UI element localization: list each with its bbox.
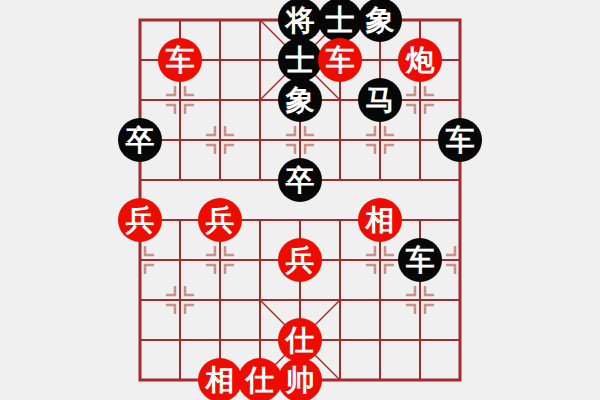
intersection-f3-r7 [240,280,280,320]
intersection-f1-r6 [160,240,200,280]
intersection-f5-r3 [320,120,360,160]
intersection-f3-r9: 仕 [240,360,280,400]
intersection-f1-r8 [160,320,200,360]
intersection-f0-r1 [120,40,160,80]
board-grid: 将士象车士车炮象马卒车卒兵兵相兵车仕相仕帅 [120,0,480,400]
intersection-f5-r0: 士 [320,0,360,40]
intersection-f6-r1 [360,40,400,80]
intersection-f6-r4 [360,160,400,200]
intersection-f8-r9 [440,360,480,400]
piece-black-elephant[interactable]: 象 [278,78,322,122]
piece-black-soldier[interactable]: 卒 [278,158,322,202]
intersection-f0-r8 [120,320,160,360]
intersection-f7-r0 [400,0,440,40]
intersection-f0-r7 [120,280,160,320]
intersection-f6-r3 [360,120,400,160]
intersection-f3-r8 [240,320,280,360]
intersection-f5-r2 [320,80,360,120]
intersection-f2-r4 [200,160,240,200]
intersection-f5-r4 [320,160,360,200]
intersection-f0-r2 [120,80,160,120]
intersection-f2-r3 [200,120,240,160]
intersection-f1-r9 [160,360,200,400]
intersection-f1-r5 [160,200,200,240]
piece-red-chariot[interactable]: 车 [318,38,362,82]
intersection-f8-r8 [440,320,480,360]
piece-red-elephant[interactable]: 相 [358,198,402,242]
piece-red-elephant[interactable]: 相 [198,358,242,400]
intersection-f3-r2 [240,80,280,120]
piece-red-advisor[interactable]: 仕 [238,358,282,400]
intersection-f4-r1: 士 [280,40,320,80]
piece-red-soldier[interactable]: 兵 [118,198,162,242]
intersection-f7-r4 [400,160,440,200]
intersection-f8-r0 [440,0,480,40]
piece-black-chariot[interactable]: 车 [398,238,442,282]
intersection-f2-r7 [200,280,240,320]
intersection-f0-r6 [120,240,160,280]
intersection-f5-r7 [320,280,360,320]
piece-red-chariot[interactable]: 车 [158,38,202,82]
intersection-f1-r7 [160,280,200,320]
intersection-f7-r8 [400,320,440,360]
piece-black-soldier[interactable]: 卒 [118,118,162,162]
intersection-f2-r6 [200,240,240,280]
piece-black-general[interactable]: 将 [278,0,322,42]
intersection-f0-r9 [120,360,160,400]
piece-red-cannon[interactable]: 炮 [398,38,442,82]
intersection-f7-r5 [400,200,440,240]
intersection-f1-r3 [160,120,200,160]
intersection-f2-r1 [200,40,240,80]
intersection-f7-r3 [400,120,440,160]
intersection-f3-r4 [240,160,280,200]
intersection-f6-r6 [360,240,400,280]
intersection-f2-r8 [200,320,240,360]
intersection-f5-r1: 车 [320,40,360,80]
intersection-f1-r1: 车 [160,40,200,80]
intersection-f0-r0 [120,0,160,40]
intersection-f5-r8 [320,320,360,360]
intersection-f1-r4 [160,160,200,200]
intersection-f2-r2 [200,80,240,120]
intersection-f4-r2: 象 [280,80,320,120]
piece-black-elephant[interactable]: 象 [358,0,402,42]
intersection-f3-r5 [240,200,280,240]
intersection-f4-r7 [280,280,320,320]
piece-black-advisor[interactable]: 士 [278,38,322,82]
piece-black-horse[interactable]: 马 [358,78,402,122]
piece-red-soldier[interactable]: 兵 [198,198,242,242]
intersection-f4-r8: 仕 [280,320,320,360]
intersection-f4-r4: 卒 [280,160,320,200]
piece-red-general[interactable]: 帅 [278,358,322,400]
intersection-f3-r3 [240,120,280,160]
intersection-f1-r2 [160,80,200,120]
xiangqi-board: 将士象车士车炮象马卒车卒兵兵相兵车仕相仕帅 [0,0,600,400]
intersection-f7-r1: 炮 [400,40,440,80]
intersection-f8-r7 [440,280,480,320]
intersection-f1-r0 [160,0,200,40]
piece-red-soldier[interactable]: 兵 [278,238,322,282]
intersection-f2-r0 [200,0,240,40]
intersection-f2-r5: 兵 [200,200,240,240]
intersection-f6-r0: 象 [360,0,400,40]
intersection-f7-r2 [400,80,440,120]
intersection-f4-r9: 帅 [280,360,320,400]
intersection-f6-r5: 相 [360,200,400,240]
intersection-f6-r9 [360,360,400,400]
intersection-f5-r5 [320,200,360,240]
intersection-f6-r2: 马 [360,80,400,120]
intersection-f5-r6 [320,240,360,280]
intersection-f4-r3 [280,120,320,160]
intersection-f6-r7 [360,280,400,320]
piece-black-advisor[interactable]: 士 [318,0,362,42]
intersection-f6-r8 [360,320,400,360]
intersection-f4-r6: 兵 [280,240,320,280]
piece-red-advisor[interactable]: 仕 [278,318,322,362]
intersection-f8-r5 [440,200,480,240]
intersection-f8-r3: 车 [440,120,480,160]
piece-black-chariot[interactable]: 车 [438,118,482,162]
intersection-f3-r1 [240,40,280,80]
intersection-f2-r9: 相 [200,360,240,400]
intersection-f7-r6: 车 [400,240,440,280]
intersection-f8-r1 [440,40,480,80]
intersection-f5-r9 [320,360,360,400]
intersection-f4-r0: 将 [280,0,320,40]
intersection-f0-r3: 卒 [120,120,160,160]
intersection-f7-r7 [400,280,440,320]
intersection-f3-r0 [240,0,280,40]
intersection-f4-r5 [280,200,320,240]
intersection-f8-r4 [440,160,480,200]
intersection-f0-r4 [120,160,160,200]
intersection-f8-r2 [440,80,480,120]
intersection-f0-r5: 兵 [120,200,160,240]
intersection-f7-r9 [400,360,440,400]
intersection-f3-r6 [240,240,280,280]
intersection-f8-r6 [440,240,480,280]
